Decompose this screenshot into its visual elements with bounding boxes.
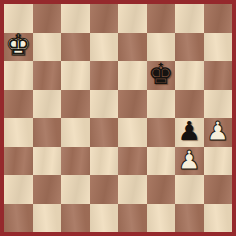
square-b7[interactable]: [33, 33, 62, 62]
square-e4[interactable]: [118, 118, 147, 147]
square-b6[interactable]: [33, 61, 62, 90]
square-g8[interactable]: [175, 4, 204, 33]
square-e5[interactable]: [118, 90, 147, 119]
square-a7[interactable]: ♚: [4, 33, 33, 62]
square-e3[interactable]: [118, 147, 147, 176]
square-a3[interactable]: [4, 147, 33, 176]
square-b8[interactable]: [33, 4, 62, 33]
square-a2[interactable]: [4, 175, 33, 204]
chess-board-frame: ♚♚♟♟♟: [0, 0, 236, 236]
square-f8[interactable]: [147, 4, 176, 33]
square-g4[interactable]: ♟: [175, 118, 204, 147]
square-a4[interactable]: [4, 118, 33, 147]
square-c3[interactable]: [61, 147, 90, 176]
square-h6[interactable]: [204, 61, 233, 90]
square-e1[interactable]: [118, 204, 147, 233]
square-d6[interactable]: [90, 61, 119, 90]
square-b1[interactable]: [33, 204, 62, 233]
square-b3[interactable]: [33, 147, 62, 176]
square-e8[interactable]: [118, 4, 147, 33]
chess-board: ♚♚♟♟♟: [4, 4, 232, 232]
square-h3[interactable]: [204, 147, 233, 176]
square-b2[interactable]: [33, 175, 62, 204]
square-c6[interactable]: [61, 61, 90, 90]
square-c2[interactable]: [61, 175, 90, 204]
square-h1[interactable]: [204, 204, 233, 233]
square-c7[interactable]: [61, 33, 90, 62]
square-h8[interactable]: [204, 4, 233, 33]
square-d8[interactable]: [90, 4, 119, 33]
square-d4[interactable]: [90, 118, 119, 147]
square-d7[interactable]: [90, 33, 119, 62]
square-c4[interactable]: [61, 118, 90, 147]
square-d1[interactable]: [90, 204, 119, 233]
square-a6[interactable]: [4, 61, 33, 90]
square-f4[interactable]: [147, 118, 176, 147]
white-pawn-piece[interactable]: ♟: [206, 118, 229, 144]
square-f2[interactable]: [147, 175, 176, 204]
square-h4[interactable]: ♟: [204, 118, 233, 147]
square-f7[interactable]: [147, 33, 176, 62]
white-pawn-piece[interactable]: ♟: [178, 147, 201, 173]
square-h5[interactable]: [204, 90, 233, 119]
square-e6[interactable]: [118, 61, 147, 90]
square-c1[interactable]: [61, 204, 90, 233]
square-f3[interactable]: [147, 147, 176, 176]
black-king-piece[interactable]: ♚: [148, 61, 174, 89]
square-e2[interactable]: [118, 175, 147, 204]
square-c8[interactable]: [61, 4, 90, 33]
square-d2[interactable]: [90, 175, 119, 204]
square-a8[interactable]: [4, 4, 33, 33]
square-h7[interactable]: [204, 33, 233, 62]
square-b5[interactable]: [33, 90, 62, 119]
square-g6[interactable]: [175, 61, 204, 90]
square-g7[interactable]: [175, 33, 204, 62]
square-d3[interactable]: [90, 147, 119, 176]
square-g3[interactable]: ♟: [175, 147, 204, 176]
square-a5[interactable]: [4, 90, 33, 119]
square-g2[interactable]: [175, 175, 204, 204]
square-f6[interactable]: ♚: [147, 61, 176, 90]
black-pawn-piece[interactable]: ♟: [178, 118, 201, 144]
square-a1[interactable]: [4, 204, 33, 233]
square-e7[interactable]: [118, 33, 147, 62]
square-f1[interactable]: [147, 204, 176, 233]
square-c5[interactable]: [61, 90, 90, 119]
square-g1[interactable]: [175, 204, 204, 233]
square-b4[interactable]: [33, 118, 62, 147]
square-d5[interactable]: [90, 90, 119, 119]
white-king-piece[interactable]: ♚: [5, 33, 31, 61]
square-h2[interactable]: [204, 175, 233, 204]
square-g5[interactable]: [175, 90, 204, 119]
square-f5[interactable]: [147, 90, 176, 119]
